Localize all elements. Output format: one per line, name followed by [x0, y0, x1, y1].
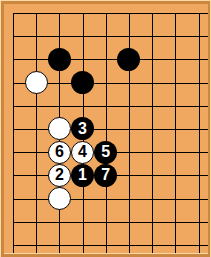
black-stone-move-5: 5	[94, 141, 117, 164]
white-stone	[48, 187, 71, 210]
white-stone-move-4: 4	[71, 141, 94, 164]
black-stone	[117, 48, 140, 71]
black-stone	[71, 71, 94, 94]
stones-grid: 3645217	[1, 1, 210, 256]
go-diagram-frame: 3645217	[0, 0, 211, 257]
black-stone-move-3: 3	[71, 117, 94, 140]
go-board: 3645217	[4, 4, 208, 254]
black-stone-move-1: 1	[71, 164, 94, 187]
black-stone-move-7: 7	[94, 164, 117, 187]
white-stone	[48, 117, 71, 140]
white-stone-move-2: 2	[48, 164, 71, 187]
black-stone	[48, 48, 71, 71]
white-stone-move-6: 6	[48, 141, 71, 164]
white-stone	[25, 71, 48, 94]
